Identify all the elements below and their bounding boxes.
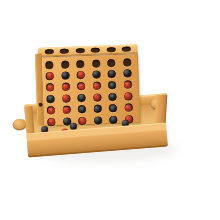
board-hole-r1-c6 xyxy=(123,58,131,66)
board-hole-r3-c2 xyxy=(61,83,69,91)
board-hole-r3-c1 xyxy=(46,83,54,91)
board-hole-r2-c4 xyxy=(92,70,100,78)
drop-slot xyxy=(122,47,131,52)
drop-slot xyxy=(44,49,53,54)
product-photo-wooden-connect-four xyxy=(0,0,220,220)
black-ball xyxy=(124,70,131,77)
red-ball xyxy=(93,82,100,89)
board-hole-r2-c6 xyxy=(123,69,131,77)
red-ball xyxy=(124,81,131,88)
red-ball xyxy=(62,83,69,90)
drop-slot xyxy=(91,48,100,53)
black-ball xyxy=(62,72,69,79)
drop-slot xyxy=(75,48,84,53)
drop-slot xyxy=(60,49,69,54)
black-ball xyxy=(108,70,115,77)
board-hole-r1-c5 xyxy=(107,59,115,67)
tray-front-layer xyxy=(24,94,168,158)
board-hole-r1-c1 xyxy=(45,61,53,69)
board-hole-r1-c4 xyxy=(92,59,100,67)
board-hole-r3-c4 xyxy=(92,82,100,90)
board-hole-r2-c2 xyxy=(61,72,69,80)
board-hole-r2-c3 xyxy=(77,71,85,79)
red-ball xyxy=(77,72,84,79)
board-hole-r1-c2 xyxy=(61,60,69,68)
board-hole-r3-c6 xyxy=(123,81,131,89)
black-ball xyxy=(108,82,115,89)
board-hole-r3-c3 xyxy=(77,82,85,90)
red-ball xyxy=(46,84,53,91)
board-hole-r1-c3 xyxy=(76,60,84,68)
black-ball xyxy=(93,71,100,78)
board-hole-r3-c5 xyxy=(108,81,116,89)
loose-black-ball xyxy=(69,122,77,130)
board-hole-r2-c5 xyxy=(107,70,115,78)
red-ball xyxy=(46,73,53,80)
drop-slot xyxy=(106,47,115,52)
board-hole-r2-c1 xyxy=(46,72,54,80)
red-ball xyxy=(77,83,84,90)
